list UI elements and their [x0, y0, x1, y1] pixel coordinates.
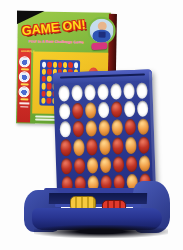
art-dot	[42, 69, 46, 75]
strip-footer-text	[19, 102, 29, 104]
board-hole	[98, 102, 110, 119]
board-hole	[59, 103, 71, 120]
kid-held-game	[99, 32, 106, 38]
art-dot	[58, 62, 62, 68]
board-hole	[84, 84, 96, 101]
board-hole	[110, 83, 122, 100]
base-tray	[24, 180, 170, 240]
board-hole	[72, 103, 84, 120]
board-hole	[126, 156, 138, 173]
board-hole	[123, 83, 135, 100]
box-tagline: Four In A Row Challenge Game	[28, 39, 90, 44]
art-dot	[63, 62, 67, 68]
board-hole	[138, 119, 150, 136]
disc-rail	[55, 204, 141, 207]
art-dot	[42, 76, 46, 82]
board-hole	[87, 157, 99, 174]
art-dot	[47, 76, 51, 82]
board-hole	[139, 155, 151, 172]
art-dot	[41, 97, 45, 103]
board-hole	[71, 85, 83, 102]
art-dot	[42, 83, 46, 89]
board-hole	[112, 120, 124, 137]
example-photo	[18, 86, 29, 97]
connect-four-board	[58, 82, 151, 192]
art-dot	[42, 90, 46, 96]
board-hole	[73, 139, 85, 156]
board-hole	[125, 137, 137, 154]
board-hole	[74, 157, 86, 174]
example-photo	[19, 56, 30, 67]
art-dot	[68, 62, 72, 68]
board-hole	[97, 84, 109, 101]
board-hole	[99, 120, 111, 137]
age-ribbon	[91, 42, 107, 50]
art-dot	[47, 90, 51, 96]
board-hole	[85, 102, 97, 119]
art-dot	[47, 69, 51, 75]
example-label: EXAMPLE	[21, 49, 28, 52]
art-dot	[53, 62, 57, 68]
board-hole	[60, 122, 72, 139]
board-hole	[61, 158, 73, 175]
board-hole	[113, 156, 125, 173]
board-hole	[137, 101, 149, 118]
art-dot	[42, 62, 46, 68]
example-caption	[20, 68, 28, 70]
box-title: GAME ON!	[21, 18, 86, 39]
board-hole	[86, 121, 98, 138]
board-hole	[111, 102, 123, 119]
board-hole	[138, 137, 150, 154]
art-dot	[47, 83, 51, 89]
ground-shadow	[34, 225, 168, 238]
board-hole	[86, 139, 98, 156]
board-hole	[73, 121, 85, 138]
rack-top-bar	[53, 69, 152, 83]
board-hole	[99, 138, 111, 155]
strip-footer-text	[20, 106, 28, 108]
board-hole	[100, 156, 112, 173]
board-hole	[125, 119, 137, 136]
board-hole	[60, 140, 72, 157]
board-hole	[58, 85, 70, 102]
product-photo: GAME ON! Four In A Row Challenge Game EX…	[0, 0, 183, 250]
example-caption	[20, 83, 28, 85]
art-dot	[47, 98, 51, 104]
board-hole	[112, 138, 124, 155]
board-hole	[124, 101, 136, 118]
example-photos	[17, 56, 31, 100]
art-dot	[74, 62, 78, 68]
example-strip: EXAMPLE	[17, 48, 31, 122]
example-photo	[19, 71, 30, 82]
disc-drop-slot	[60, 74, 145, 79]
art-dot	[47, 62, 51, 68]
board-hole	[136, 82, 148, 99]
tray-cavity	[49, 193, 147, 204]
example-caption	[20, 98, 28, 100]
